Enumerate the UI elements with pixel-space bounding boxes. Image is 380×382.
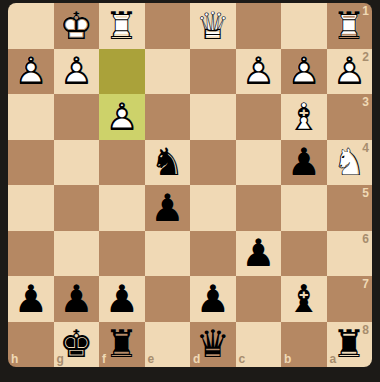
square-a6[interactable]: 6: [327, 231, 373, 277]
file-label-h: h: [11, 353, 18, 365]
piece-white-pawn-a2[interactable]: ♟♙: [332, 52, 366, 90]
square-a3[interactable]: 3: [327, 94, 373, 140]
square-b6[interactable]: [281, 231, 327, 277]
piece-black-pawn-c6[interactable]: ♟: [241, 234, 275, 272]
square-c6[interactable]: ♟: [236, 231, 282, 277]
square-a2[interactable]: ♟♙2: [327, 49, 373, 95]
square-g1[interactable]: ♚♔: [54, 3, 100, 49]
square-g3[interactable]: [54, 94, 100, 140]
square-b7[interactable]: ♝: [281, 276, 327, 322]
square-f3[interactable]: ♟♙: [99, 94, 145, 140]
piece-black-rook-f8[interactable]: ♜: [105, 325, 139, 363]
piece-white-bishop-b3[interactable]: ♝♗: [287, 98, 321, 136]
piece-black-pawn-f7[interactable]: ♟: [105, 280, 139, 318]
square-g5[interactable]: [54, 185, 100, 231]
square-b2[interactable]: ♟♙: [281, 49, 327, 95]
piece-black-bishop-b7[interactable]: ♝: [287, 280, 321, 318]
square-c3[interactable]: [236, 94, 282, 140]
square-d6[interactable]: [190, 231, 236, 277]
piece-white-queen-d1[interactable]: ♛♕: [196, 7, 230, 45]
square-g2[interactable]: ♟♙: [54, 49, 100, 95]
file-label-b: b: [284, 353, 291, 365]
square-f7[interactable]: ♟: [99, 276, 145, 322]
piece-white-rook-f1[interactable]: ♜♖: [105, 7, 139, 45]
square-b4[interactable]: ♟: [281, 140, 327, 186]
square-d7[interactable]: ♟: [190, 276, 236, 322]
piece-white-pawn-h2[interactable]: ♟♙: [14, 52, 48, 90]
file-label-e: e: [148, 353, 155, 365]
square-g6[interactable]: [54, 231, 100, 277]
square-c5[interactable]: [236, 185, 282, 231]
piece-white-king-g1[interactable]: ♚♔: [59, 7, 93, 45]
rank-label-3: 3: [362, 96, 369, 108]
square-h5[interactable]: [8, 185, 54, 231]
square-d1[interactable]: ♛♕: [190, 3, 236, 49]
piece-black-pawn-b4[interactable]: ♟: [287, 143, 321, 181]
piece-white-knight-a4[interactable]: ♞♘: [332, 143, 366, 181]
square-e8[interactable]: e: [145, 322, 191, 368]
square-e5[interactable]: ♟: [145, 185, 191, 231]
square-b3[interactable]: ♝♗: [281, 94, 327, 140]
square-f5[interactable]: [99, 185, 145, 231]
file-label-c: c: [239, 353, 246, 365]
square-c2[interactable]: ♟♙: [236, 49, 282, 95]
square-a4[interactable]: ♞♘4: [327, 140, 373, 186]
square-d3[interactable]: [190, 94, 236, 140]
piece-black-pawn-h7[interactable]: ♟: [14, 280, 48, 318]
page-background: { "game": "chess", "position": { "fen": …: [0, 0, 380, 382]
square-a1[interactable]: ♜♖1: [327, 3, 373, 49]
piece-black-queen-d8[interactable]: ♛: [196, 325, 230, 363]
chess-board: ♚♔♜♖♛♕♜♖1♟♙♟♙♟♙♟♙♟♙2♟♙♝♗3♞♟♞♘4♟5♟6♟♟♟♟♝7…: [8, 3, 372, 367]
square-f1[interactable]: ♜♖: [99, 3, 145, 49]
square-c7[interactable]: [236, 276, 282, 322]
square-d8[interactable]: ♛d: [190, 322, 236, 368]
square-e3[interactable]: [145, 94, 191, 140]
square-h1[interactable]: [8, 3, 54, 49]
rank-label-5: 5: [362, 187, 369, 199]
square-h3[interactable]: [8, 94, 54, 140]
piece-white-rook-a1[interactable]: ♜♖: [332, 7, 366, 45]
square-g7[interactable]: ♟: [54, 276, 100, 322]
square-e4[interactable]: ♞: [145, 140, 191, 186]
square-g8[interactable]: ♚g: [54, 322, 100, 368]
square-h4[interactable]: [8, 140, 54, 186]
piece-black-pawn-g7[interactable]: ♟: [59, 280, 93, 318]
piece-black-knight-e4[interactable]: ♞: [150, 143, 184, 181]
square-h7[interactable]: ♟: [8, 276, 54, 322]
square-f8[interactable]: ♜f: [99, 322, 145, 368]
square-g4[interactable]: [54, 140, 100, 186]
piece-black-pawn-e5[interactable]: ♟: [150, 189, 184, 227]
piece-white-pawn-g2[interactable]: ♟♙: [59, 52, 93, 90]
piece-white-pawn-f3[interactable]: ♟♙: [105, 98, 139, 136]
square-f2[interactable]: [99, 49, 145, 95]
square-b8[interactable]: b: [281, 322, 327, 368]
rank-label-6: 6: [362, 233, 369, 245]
rank-label-7: 7: [362, 278, 369, 290]
square-e2[interactable]: [145, 49, 191, 95]
square-c8[interactable]: c: [236, 322, 282, 368]
square-a7[interactable]: 7: [327, 276, 373, 322]
square-b5[interactable]: [281, 185, 327, 231]
square-e1[interactable]: [145, 3, 191, 49]
square-h6[interactable]: [8, 231, 54, 277]
square-c4[interactable]: [236, 140, 282, 186]
square-c1[interactable]: [236, 3, 282, 49]
square-d5[interactable]: [190, 185, 236, 231]
piece-white-pawn-c2[interactable]: ♟♙: [241, 52, 275, 90]
square-f6[interactable]: [99, 231, 145, 277]
square-f4[interactable]: [99, 140, 145, 186]
square-d2[interactable]: [190, 49, 236, 95]
square-h2[interactable]: ♟♙: [8, 49, 54, 95]
square-d4[interactable]: [190, 140, 236, 186]
piece-black-king-g8[interactable]: ♚: [59, 325, 93, 363]
piece-white-pawn-b2[interactable]: ♟♙: [287, 52, 321, 90]
piece-black-rook-a8[interactable]: ♜: [332, 325, 366, 363]
piece-black-pawn-d7[interactable]: ♟: [196, 280, 230, 318]
square-b1[interactable]: [281, 3, 327, 49]
square-e7[interactable]: [145, 276, 191, 322]
square-h8[interactable]: h: [8, 322, 54, 368]
square-a8[interactable]: ♜8a: [327, 322, 373, 368]
square-a5[interactable]: 5: [327, 185, 373, 231]
square-e6[interactable]: [145, 231, 191, 277]
